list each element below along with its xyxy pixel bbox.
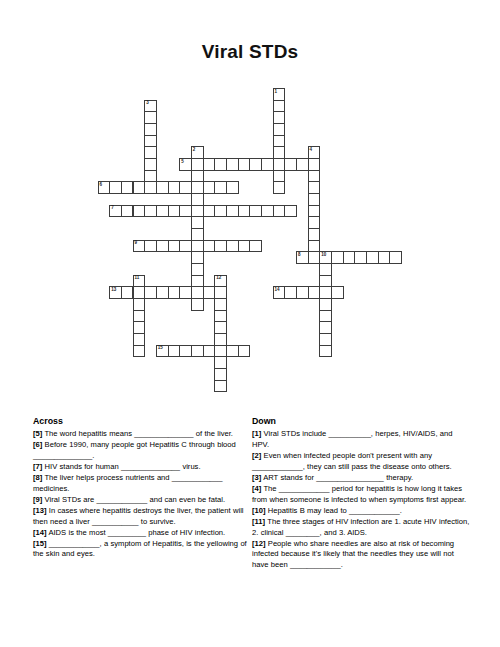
- cell-number: 10: [321, 253, 326, 258]
- clue-item: [14] AIDS is the most _________ phase of…: [33, 528, 247, 539]
- clue-number: [15]: [33, 539, 47, 548]
- clue-item: [8] The liver helps process nutrients an…: [33, 473, 247, 495]
- cell-number: 4: [310, 148, 313, 153]
- crossword-page: Viral STDs 567810913141512341112 Across …: [0, 0, 500, 647]
- across-clues-section: Across [5] The word hepatitis means ____…: [33, 416, 247, 560]
- crossword-cell[interactable]: [238, 345, 251, 358]
- clue-number: [7]: [33, 462, 42, 471]
- crossword-cell[interactable]: [191, 228, 204, 241]
- crossword-cell[interactable]: 4: [308, 146, 321, 159]
- cell-number: 5: [181, 160, 184, 165]
- clue-number: [2]: [252, 451, 261, 460]
- cell-number: 1: [275, 90, 278, 95]
- crossword-cell[interactable]: [191, 275, 204, 288]
- cell-number: 15: [158, 346, 163, 351]
- down-clue-list: [1] Viral STDs include __________, herpe…: [252, 429, 471, 571]
- crossword-cell[interactable]: [133, 345, 146, 358]
- crossword-cell[interactable]: [191, 298, 204, 311]
- clue-item: [11] The three stages of HIV infection a…: [252, 517, 471, 539]
- clue-number: [9]: [33, 495, 42, 504]
- cell-number: 7: [111, 206, 114, 211]
- cell-number: 9: [135, 241, 138, 246]
- clue-number: [14]: [33, 528, 47, 537]
- cell-number: 3: [146, 101, 149, 106]
- crossword-cell[interactable]: [319, 275, 332, 288]
- crossword-cell[interactable]: [249, 240, 262, 253]
- crossword-cell[interactable]: [144, 170, 157, 183]
- down-header: Down: [252, 416, 471, 427]
- clue-number: [12]: [252, 539, 266, 548]
- crossword-cell[interactable]: [214, 333, 227, 346]
- page-title: Viral STDs: [0, 0, 500, 63]
- cell-number: 8: [298, 253, 301, 258]
- crossword-cell[interactable]: [214, 380, 227, 393]
- clue-item: [6] Before 1990, many people got Hepatit…: [33, 440, 247, 462]
- clue-item: [15] ____________, a symptom of Hepatiti…: [33, 539, 247, 561]
- across-clue-list: [5] The word hepatitis means ___________…: [33, 429, 247, 560]
- crossword-cell[interactable]: 11: [133, 275, 146, 288]
- crossword-cell[interactable]: 12: [214, 275, 227, 288]
- crossword-cell[interactable]: [308, 240, 321, 253]
- clue-item: [2] Even when infected people don't pres…: [252, 451, 471, 473]
- crossword-grid: 567810913141512341112: [98, 88, 403, 393]
- clue-item: [12] People who share needles are also a…: [252, 539, 471, 572]
- crossword-cell[interactable]: 2: [191, 146, 204, 159]
- crossword-cell[interactable]: [191, 193, 204, 206]
- cell-number: 14: [275, 288, 280, 293]
- clue-number: [11]: [252, 517, 265, 526]
- crossword-cell[interactable]: [331, 286, 344, 299]
- clue-number: [1]: [252, 429, 261, 438]
- across-header: Across: [33, 416, 247, 427]
- clue-item: [5] The word hepatitis means ___________…: [33, 429, 247, 440]
- crossword-cell[interactable]: [273, 146, 286, 159]
- clue-item: [3] ART stands for ________________ ther…: [252, 473, 471, 484]
- crossword-cell[interactable]: [389, 251, 402, 264]
- cell-number: 2: [193, 148, 196, 153]
- clue-number: [13]: [33, 506, 47, 515]
- clue-item: [9] Viral STDs are ____________ and can …: [33, 495, 247, 506]
- crossword-cell[interactable]: [319, 345, 332, 358]
- clue-item: [4] The ____________ period for hepatiti…: [252, 484, 471, 506]
- crossword-cell[interactable]: [284, 205, 297, 218]
- clue-item: [7] HIV stands for human ______________ …: [33, 462, 247, 473]
- crossword-cell[interactable]: [226, 181, 239, 194]
- clue-item: [1] Viral STDs include __________, herpe…: [252, 429, 471, 451]
- down-clues-section: Down [1] Viral STDs include __________, …: [252, 416, 471, 571]
- clue-number: [3]: [252, 473, 261, 482]
- cell-number: 11: [135, 276, 140, 281]
- cell-number: 6: [100, 183, 103, 188]
- crossword-cell[interactable]: [191, 170, 204, 183]
- cell-number: 13: [111, 288, 116, 293]
- clue-number: [10]: [252, 506, 266, 515]
- clue-number: [5]: [33, 429, 42, 438]
- clue-item: [13] In cases where hepatitis destroys t…: [33, 506, 247, 528]
- clue-number: [4]: [252, 484, 261, 493]
- clue-number: [8]: [33, 473, 42, 482]
- crossword-cell[interactable]: [273, 181, 286, 194]
- clue-number: [6]: [33, 440, 42, 449]
- cell-number: 12: [216, 276, 221, 281]
- clue-item: [10] Hepatitis B may lead to ___________…: [252, 506, 471, 517]
